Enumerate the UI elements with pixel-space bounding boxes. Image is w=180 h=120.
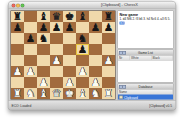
game-list-column-nr[interactable]: Nr xyxy=(118,56,130,61)
square-e4[interactable] xyxy=(63,55,76,66)
black-pawn: ♟ xyxy=(50,22,63,33)
square-d5[interactable] xyxy=(50,44,63,55)
square-a2[interactable] xyxy=(11,77,24,88)
status-database: [Clipboard] v0.5 xyxy=(149,104,172,108)
square-b3[interactable]: ♟ xyxy=(24,66,37,77)
black-pawn: ♟ xyxy=(102,22,115,33)
square-g5[interactable] xyxy=(89,44,102,55)
database-title: Database xyxy=(139,85,153,89)
database-columns[interactable]: Name xyxy=(118,90,173,95)
square-f5[interactable]: ♟ xyxy=(76,44,89,55)
chessx-window: [Clipboard] - ChessX ♜♝♛♚♝♜♟♟♟♟♟♟♟♞♞♟♟♟♟… xyxy=(8,1,176,110)
square-c8[interactable]: ♝ xyxy=(37,11,50,22)
square-h7[interactable]: ♟ xyxy=(102,22,115,33)
square-g7[interactable]: ♟ xyxy=(89,22,102,33)
square-h3[interactable] xyxy=(102,66,115,77)
square-e1[interactable]: ♚ xyxy=(63,88,76,99)
square-b8[interactable] xyxy=(24,11,37,22)
zoom-button[interactable] xyxy=(21,4,25,8)
screen: [Clipboard] - ChessX ♜♝♛♚♝♜♟♟♟♟♟♟♟♞♞♟♟♟♟… xyxy=(0,0,180,120)
square-e8[interactable]: ♚ xyxy=(63,11,76,22)
window-title: [Clipboard] - ChessX xyxy=(101,2,138,9)
square-c6[interactable]: ♞ xyxy=(37,33,50,44)
square-f3[interactable]: ♟ xyxy=(76,66,89,77)
square-e3[interactable] xyxy=(63,66,76,77)
square-a1[interactable]: ♜ xyxy=(11,88,24,99)
game-list-title: Game List xyxy=(138,51,153,55)
database-name: Clipboard xyxy=(124,95,138,99)
square-d4[interactable]: ♟ xyxy=(50,55,63,66)
square-d6[interactable] xyxy=(50,33,63,44)
square-f4[interactable] xyxy=(76,55,89,66)
square-b6[interactable]: ♟ xyxy=(24,33,37,44)
square-f2[interactable] xyxy=(76,77,89,88)
square-a3[interactable]: ♟ xyxy=(11,66,24,77)
black-pawn: ♟ xyxy=(24,33,37,44)
square-a6[interactable] xyxy=(11,33,24,44)
database-icon xyxy=(119,95,123,99)
square-g1[interactable]: ♞ xyxy=(89,88,102,99)
black-bishop: ♝ xyxy=(76,11,89,22)
square-a7[interactable]: ♟ xyxy=(11,22,24,33)
white-bishop: ♝ xyxy=(76,88,89,99)
square-d7[interactable]: ♟ xyxy=(50,22,63,33)
window-content: ♜♝♛♚♝♜♟♟♟♟♟♟♟♞♞♟♟♟♟♟♟♟♟♟♜♞♝♛♚♝♞♜ New gam… xyxy=(9,9,176,101)
close-panel-icon[interactable] xyxy=(123,51,127,55)
white-knight: ♞ xyxy=(89,88,102,99)
square-e5[interactable] xyxy=(63,44,76,55)
white-queen: ♛ xyxy=(50,88,63,99)
white-pawn: ♟ xyxy=(50,55,63,66)
notation-panel: New game 1. d4 Nf6 2. f3 b6 3. h4 Nc6 4.… xyxy=(118,11,174,49)
white-pawn: ♟ xyxy=(76,66,89,77)
square-h5[interactable] xyxy=(102,44,115,55)
minimize-button[interactable] xyxy=(16,4,20,8)
chess-board: ♜♝♛♚♝♜♟♟♟♟♟♟♟♞♞♟♟♟♟♟♟♟♟♟♜♞♝♛♚♝♞♜ xyxy=(11,11,116,100)
game-list-panel: Game List NrWhiteBlack xyxy=(118,50,174,83)
black-pawn: ♟ xyxy=(76,44,89,55)
status-bar: ECO: Loaded [Clipboard] v0.5 xyxy=(9,101,176,110)
square-f8[interactable]: ♝ xyxy=(76,11,89,22)
square-e6[interactable] xyxy=(63,33,76,44)
database-panel: Database Name Clipboard xyxy=(118,84,174,101)
black-queen: ♛ xyxy=(50,11,63,22)
square-b4[interactable] xyxy=(24,55,37,66)
white-pawn: ♟ xyxy=(37,77,50,88)
square-g6[interactable] xyxy=(89,33,102,44)
black-pawn: ♟ xyxy=(11,22,24,33)
square-c2[interactable]: ♟ xyxy=(37,77,50,88)
square-e7[interactable]: ♟ xyxy=(63,22,76,33)
square-d8[interactable]: ♛ xyxy=(50,11,63,22)
current-move[interactable]: b3 xyxy=(120,21,125,24)
square-b2[interactable] xyxy=(24,77,37,88)
black-king: ♚ xyxy=(63,11,76,22)
square-f7[interactable] xyxy=(76,22,89,33)
database-column-name[interactable]: Name xyxy=(118,90,173,95)
close-panel-icon[interactable] xyxy=(123,85,127,89)
white-pawn: ♟ xyxy=(89,77,102,88)
black-rook: ♜ xyxy=(11,11,24,22)
square-g8[interactable] xyxy=(89,11,102,22)
black-bishop: ♝ xyxy=(37,11,50,22)
square-a8[interactable]: ♜ xyxy=(11,11,24,22)
white-pawn: ♟ xyxy=(102,55,115,66)
game-title: New game xyxy=(120,12,172,17)
database-row[interactable]: Clipboard xyxy=(118,95,173,100)
square-d3[interactable] xyxy=(50,66,63,77)
white-rook: ♜ xyxy=(102,88,115,99)
square-g2[interactable]: ♟ xyxy=(89,77,102,88)
square-c1[interactable]: ♝ xyxy=(37,88,50,99)
black-pawn: ♟ xyxy=(37,22,50,33)
white-king: ♚ xyxy=(63,88,76,99)
white-pawn: ♟ xyxy=(63,77,76,88)
square-c3[interactable] xyxy=(37,66,50,77)
square-b5[interactable] xyxy=(24,44,37,55)
square-d1[interactable]: ♛ xyxy=(50,88,63,99)
black-pawn: ♟ xyxy=(89,22,102,33)
sidebar: New game 1. d4 Nf6 2. f3 b6 3. h4 Nc6 4.… xyxy=(118,11,174,100)
black-knight: ♞ xyxy=(76,33,89,44)
square-e2[interactable]: ♟ xyxy=(63,77,76,88)
moves-text[interactable]: 1. d4 Nf6 2. f3 b6 3. h4 Nc6 4. a3 f5 5. xyxy=(120,18,171,21)
square-g3[interactable] xyxy=(89,66,102,77)
square-h2[interactable] xyxy=(102,77,115,88)
white-pawn: ♟ xyxy=(24,66,37,77)
game-list-columns[interactable]: NrWhiteBlack xyxy=(118,56,173,61)
square-c4[interactable] xyxy=(37,55,50,66)
game-list-column-black[interactable]: Black xyxy=(152,56,174,61)
titlebar[interactable]: [Clipboard] - ChessX xyxy=(9,2,176,10)
square-f6[interactable]: ♞ xyxy=(76,33,89,44)
database-rows: Clipboard xyxy=(118,95,173,100)
square-a4[interactable] xyxy=(11,55,24,66)
black-pawn: ♟ xyxy=(63,22,76,33)
white-pawn: ♟ xyxy=(11,66,24,77)
white-bishop: ♝ xyxy=(37,88,50,99)
game-list-header[interactable]: Game List xyxy=(118,50,173,56)
square-f1[interactable]: ♝ xyxy=(76,88,89,99)
square-b7[interactable] xyxy=(24,22,37,33)
black-knight: ♞ xyxy=(37,33,50,44)
database-header[interactable]: Database xyxy=(118,84,173,90)
square-d2[interactable] xyxy=(50,77,63,88)
square-h1[interactable]: ♜ xyxy=(102,88,115,99)
move-list[interactable]: 1. d4 Nf6 2. f3 b6 3. h4 Nc6 4. a3 f5 5.… xyxy=(120,18,172,26)
square-h6[interactable] xyxy=(102,33,115,44)
status-eco: ECO: Loaded xyxy=(12,104,32,108)
white-rook: ♜ xyxy=(11,88,24,99)
square-c7[interactable]: ♟ xyxy=(37,22,50,33)
black-rook: ♜ xyxy=(102,11,115,22)
game-list-column-white[interactable]: White xyxy=(130,56,152,61)
square-a5[interactable] xyxy=(11,44,24,55)
white-knight: ♞ xyxy=(24,88,37,99)
square-h8[interactable]: ♜ xyxy=(102,11,115,22)
square-c5[interactable] xyxy=(37,44,50,55)
square-h4[interactable]: ♟ xyxy=(102,55,115,66)
square-b1[interactable]: ♞ xyxy=(24,88,37,99)
square-g4[interactable] xyxy=(89,55,102,66)
close-button[interactable] xyxy=(12,4,16,8)
